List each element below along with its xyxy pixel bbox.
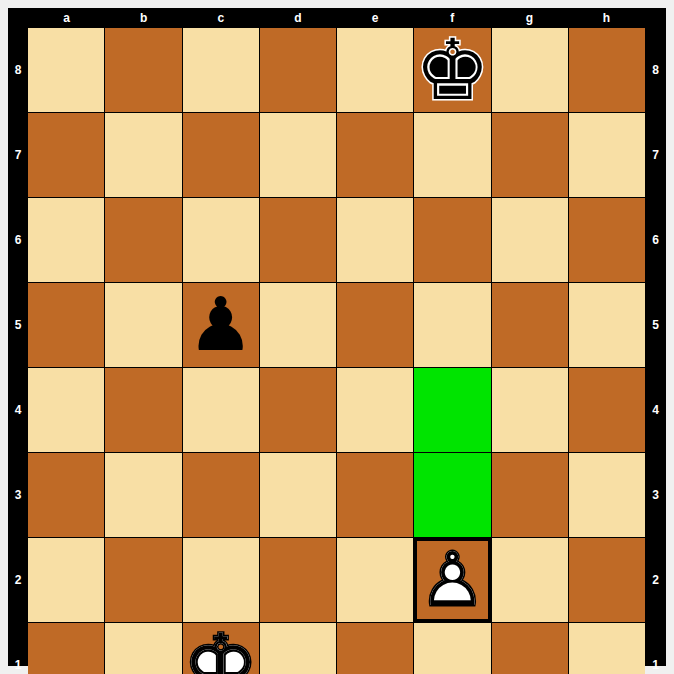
square-g5[interactable]	[492, 283, 568, 367]
rank-label-1: 1	[645, 622, 666, 674]
black-pawn[interactable]: ♟	[187, 288, 253, 362]
square-h7[interactable]	[569, 113, 645, 197]
square-c3[interactable]	[183, 453, 259, 537]
file-label-g: g	[491, 8, 568, 28]
square-h1[interactable]	[569, 623, 645, 674]
rank-label-3: 3	[645, 452, 666, 537]
rank-labels-left: 87654321	[8, 28, 28, 674]
rank-labels-right: 87654321	[645, 28, 666, 674]
rank-label-8: 8	[8, 28, 28, 113]
square-e1[interactable]	[337, 623, 413, 674]
square-b4[interactable]	[105, 368, 181, 452]
square-b3[interactable]	[105, 453, 181, 537]
square-b7[interactable]	[105, 113, 181, 197]
square-f8[interactable]: ♚	[414, 28, 490, 112]
square-c8[interactable]	[183, 28, 259, 112]
square-a6[interactable]	[28, 198, 104, 282]
file-label-d: d	[259, 8, 336, 28]
rank-label-5: 5	[645, 283, 666, 368]
rank-label-6: 6	[645, 198, 666, 283]
square-h2[interactable]	[569, 538, 645, 622]
square-a1[interactable]	[28, 623, 104, 674]
white-pawn[interactable]: ♟♙	[419, 543, 485, 617]
square-a3[interactable]	[28, 453, 104, 537]
square-c5[interactable]: ♟	[183, 283, 259, 367]
square-f3[interactable]	[414, 453, 490, 537]
square-b5[interactable]	[105, 283, 181, 367]
square-d7[interactable]	[260, 113, 336, 197]
square-d2[interactable]	[260, 538, 336, 622]
square-e6[interactable]	[337, 198, 413, 282]
rank-label-4: 4	[645, 368, 666, 453]
square-c2[interactable]	[183, 538, 259, 622]
square-c4[interactable]	[183, 368, 259, 452]
square-g4[interactable]	[492, 368, 568, 452]
square-e5[interactable]	[337, 283, 413, 367]
square-h3[interactable]	[569, 453, 645, 537]
file-labels-top: abcdefgh	[28, 8, 645, 28]
square-a2[interactable]	[28, 538, 104, 622]
rank-label-5: 5	[8, 283, 28, 368]
rank-label-7: 7	[645, 113, 666, 198]
square-f2[interactable]: ♟♙	[414, 538, 490, 622]
square-d1[interactable]	[260, 623, 336, 674]
square-g1[interactable]	[492, 623, 568, 674]
square-e8[interactable]	[337, 28, 413, 112]
square-e7[interactable]	[337, 113, 413, 197]
square-f6[interactable]	[414, 198, 490, 282]
black-king[interactable]: ♚	[415, 28, 490, 112]
square-d6[interactable]	[260, 198, 336, 282]
rank-label-4: 4	[8, 368, 28, 453]
file-label-h: h	[568, 8, 645, 28]
square-e4[interactable]	[337, 368, 413, 452]
square-d5[interactable]	[260, 283, 336, 367]
rank-label-2: 2	[645, 537, 666, 622]
square-b2[interactable]	[105, 538, 181, 622]
square-f7[interactable]	[414, 113, 490, 197]
square-g8[interactable]	[492, 28, 568, 112]
file-label-c: c	[182, 8, 259, 28]
file-label-a: a	[28, 8, 105, 28]
square-a5[interactable]	[28, 283, 104, 367]
square-d8[interactable]	[260, 28, 336, 112]
square-a7[interactable]	[28, 113, 104, 197]
rank-label-8: 8	[645, 28, 666, 113]
square-g6[interactable]	[492, 198, 568, 282]
chess-board: ♚♟♟♙♚♔	[28, 28, 645, 674]
rank-label-7: 7	[8, 113, 28, 198]
square-h5[interactable]	[569, 283, 645, 367]
square-c1[interactable]: ♚♔	[183, 623, 259, 674]
rank-label-6: 6	[8, 198, 28, 283]
square-f1[interactable]	[414, 623, 490, 674]
square-b6[interactable]	[105, 198, 181, 282]
white-king[interactable]: ♚♔	[183, 623, 258, 674]
square-e2[interactable]	[337, 538, 413, 622]
square-c7[interactable]	[183, 113, 259, 197]
square-c6[interactable]	[183, 198, 259, 282]
rank-label-2: 2	[8, 537, 28, 622]
square-g2[interactable]	[492, 538, 568, 622]
square-b1[interactable]	[105, 623, 181, 674]
square-a4[interactable]	[28, 368, 104, 452]
square-h4[interactable]	[569, 368, 645, 452]
file-label-e: e	[337, 8, 414, 28]
file-label-b: b	[105, 8, 182, 28]
rank-label-1: 1	[8, 622, 28, 674]
square-g3[interactable]	[492, 453, 568, 537]
white-pawn-outline: ♙	[419, 543, 485, 617]
square-d4[interactable]	[260, 368, 336, 452]
rank-label-3: 3	[8, 452, 28, 537]
square-d3[interactable]	[260, 453, 336, 537]
square-f5[interactable]	[414, 283, 490, 367]
board-frame: abcdefgh 87654321 87654321 abcdefgh ♚♟♟♙…	[8, 8, 666, 666]
square-h6[interactable]	[569, 198, 645, 282]
square-e3[interactable]	[337, 453, 413, 537]
square-f4[interactable]	[414, 368, 490, 452]
square-b8[interactable]	[105, 28, 181, 112]
square-h8[interactable]	[569, 28, 645, 112]
square-a8[interactable]	[28, 28, 104, 112]
white-king-outline: ♔	[183, 623, 258, 674]
square-g7[interactable]	[492, 113, 568, 197]
